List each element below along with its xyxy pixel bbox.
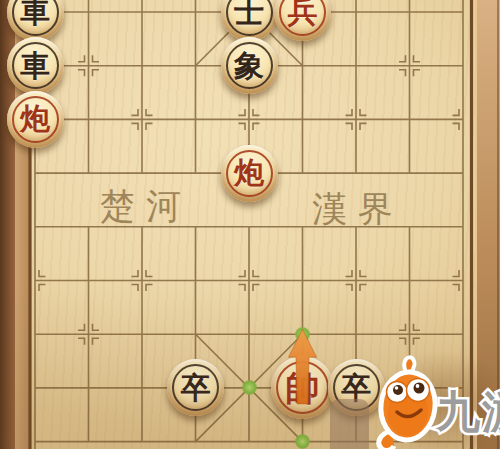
piece-black-elephant[interactable]: 象: [221, 37, 278, 94]
move-hint-dot[interactable]: [295, 434, 310, 449]
piece-black-pawn-left[interactable]: 卒: [167, 359, 224, 416]
piece-red-general[interactable]: 帥: [271, 356, 334, 419]
river-label-left: 楚河: [100, 183, 192, 230]
jiuyou-logo: 九游: [366, 350, 500, 449]
xiangqi-board-screen: 楚河 漢界 車士兵車象炮炮卒帥卒 九游: [0, 0, 500, 449]
move-hint-dot[interactable]: [295, 327, 310, 342]
piece-red-cannon-left[interactable]: 炮: [7, 91, 64, 148]
piece-black-chariot-2[interactable]: 車: [7, 37, 64, 94]
piece-red-cannon-center[interactable]: 炮: [221, 145, 278, 202]
river-label-right: 漢界: [312, 186, 404, 233]
jiuyou-logo-text: 九游: [435, 386, 500, 437]
jiuyou-mascot-icon: [377, 357, 439, 449]
move-hint-dot[interactable]: [242, 380, 257, 395]
overlay-card: [330, 399, 369, 449]
